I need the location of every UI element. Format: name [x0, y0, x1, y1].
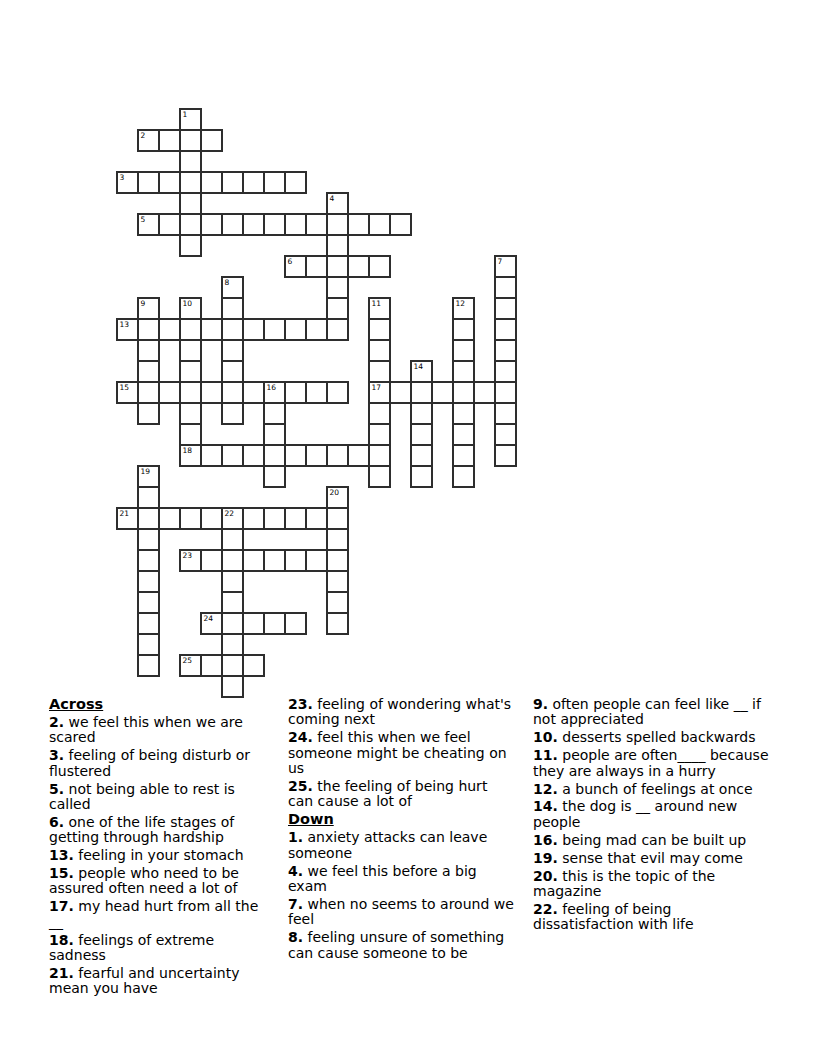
clue-down-1: 1. anxiety attacks can leave someone: [288, 830, 516, 861]
grid-cell-r20c11[interactable]: [326, 528, 349, 551]
grid-cell-r7c9[interactable]: 6: [284, 255, 307, 278]
grid-cell-r22c6[interactable]: [221, 570, 244, 593]
grid-cell-r13c8[interactable]: 16: [263, 381, 286, 404]
grid-cell-r16c8[interactable]: [263, 444, 286, 467]
grid-cell-r21c11[interactable]: [326, 549, 349, 572]
clue-down-14: 14. the dog is __ around new people: [533, 799, 769, 830]
grid-cell-r24c2[interactable]: [137, 612, 160, 635]
grid-cell-r17c15[interactable]: [410, 465, 433, 488]
cell-number-3: 3: [120, 173, 125, 182]
grid-cell-r9c19[interactable]: [494, 297, 517, 320]
grid-cell-r21c5[interactable]: [200, 549, 223, 572]
grid-cell-r9c17[interactable]: 12: [452, 297, 475, 320]
grid-cell-r11c2[interactable]: [137, 339, 160, 362]
clue-number: 16.: [533, 832, 558, 848]
clue-across-18: 18. feelings of extreme sadness: [49, 933, 273, 964]
cell-number-12: 12: [456, 299, 466, 308]
grid-cell-r16c5[interactable]: [200, 444, 223, 467]
grid-cell-r19c3[interactable]: [158, 507, 181, 530]
grid-cell-r24c5[interactable]: 24: [200, 612, 223, 635]
clue-across-3: 3. feeling of being disturb or flustered: [49, 748, 273, 779]
clue-down-16: 16. being mad can be built up: [533, 833, 769, 848]
grid-cell-r11c13[interactable]: [368, 339, 391, 362]
clue-down-4: 4. we feel this before a big exam: [288, 864, 516, 895]
clue-number: 6.: [49, 814, 64, 830]
grid-cell-r6c4[interactable]: [179, 234, 202, 257]
grid-cell-r19c10[interactable]: [305, 507, 328, 530]
grid-cell-r5c8[interactable]: [263, 213, 286, 236]
clue-number: 3.: [49, 747, 64, 763]
grid-cell-r3c5[interactable]: [200, 171, 223, 194]
clue-number: 15.: [49, 865, 74, 881]
clue-across-15: 15. people who need to be assured often …: [49, 866, 273, 897]
grid-cell-r12c2[interactable]: [137, 360, 160, 383]
clue-number: 22.: [533, 901, 558, 917]
grid-cell-r4c4[interactable]: [179, 192, 202, 215]
grid-cell-r14c13[interactable]: [368, 402, 391, 425]
grid-cell-r13c5[interactable]: [200, 381, 223, 404]
grid-cell-r24c11[interactable]: [326, 612, 349, 635]
grid-cell-r9c2[interactable]: 9: [137, 297, 160, 320]
grid-cell-r13c14[interactable]: [389, 381, 412, 404]
grid-cell-r13c16[interactable]: [431, 381, 454, 404]
clue-number: 19.: [533, 850, 558, 866]
clue-down-20: 20. this is the topic of the magazine: [533, 869, 769, 900]
clue-number: 21.: [49, 965, 74, 981]
clue-across-21: 21. fearful and uncertainty mean you hav…: [49, 966, 273, 997]
grid-cell-r7c13[interactable]: [368, 255, 391, 278]
clue-across-13: 13. feeling in your stomach: [49, 848, 273, 863]
grid-cell-r13c17[interactable]: [452, 381, 475, 404]
grid-cell-r9c4[interactable]: 10: [179, 297, 202, 320]
grid-cell-r25c2[interactable]: [137, 633, 160, 656]
clue-across-6: 6. one of the life stages of getting thr…: [49, 815, 273, 846]
grid-cell-r15c4[interactable]: [179, 423, 202, 446]
grid-cell-r14c17[interactable]: [452, 402, 475, 425]
grid-cell-r1c4[interactable]: [179, 129, 202, 152]
grid-cell-r19c1[interactable]: 21: [116, 507, 139, 530]
grid-cell-r16c15[interactable]: [410, 444, 433, 467]
grid-cell-r5c13[interactable]: [368, 213, 391, 236]
grid-cell-r3c2[interactable]: [137, 171, 160, 194]
cell-number-17: 17: [372, 383, 382, 392]
grid-cell-r10c4[interactable]: [179, 318, 202, 341]
cell-number-9: 9: [141, 299, 146, 308]
cell-number-19: 19: [141, 467, 151, 476]
grid-cell-r26c2[interactable]: [137, 654, 160, 677]
cell-number-21: 21: [120, 509, 130, 518]
grid-cell-r10c11[interactable]: [326, 318, 349, 341]
grid-cell-r15c8[interactable]: [263, 423, 286, 446]
grid-cell-r19c2[interactable]: [137, 507, 160, 530]
grid-cell-r5c9[interactable]: [284, 213, 307, 236]
grid-cell-r16c12[interactable]: [347, 444, 370, 467]
grid-cell-r13c10[interactable]: [305, 381, 328, 404]
clue-number: 17.: [49, 898, 74, 914]
cell-number-15: 15: [120, 383, 130, 392]
clue-down-9: 9. often people can feel like __ if not …: [533, 697, 769, 728]
cell-number-5: 5: [141, 215, 146, 224]
grid-cell-r21c8[interactable]: [263, 549, 286, 572]
clue-down-12: 12. a bunch of feelings at once: [533, 782, 769, 797]
grid-cell-r16c11[interactable]: [326, 444, 349, 467]
grid-cell-r13c4[interactable]: [179, 381, 202, 404]
clue-down-22: 22. feeling of being dissatisfaction wit…: [533, 902, 769, 933]
grid-cell-r20c6[interactable]: [221, 528, 244, 551]
grid-cell-r13c11[interactable]: [326, 381, 349, 404]
grid-cell-r21c7[interactable]: [242, 549, 265, 572]
clue-down-19: 19. sense that evil may come: [533, 851, 769, 866]
grid-cell-r16c7[interactable]: [242, 444, 265, 467]
cell-number-13: 13: [120, 320, 130, 329]
grid-cell-r13c1[interactable]: 15: [116, 381, 139, 404]
grid-cell-r24c6[interactable]: [221, 612, 244, 635]
grid-cell-r27c6[interactable]: [221, 675, 244, 698]
grid-cell-r13c6[interactable]: [221, 381, 244, 404]
grid-cell-r16c19[interactable]: [494, 444, 517, 467]
grid-cell-r5c10[interactable]: [305, 213, 328, 236]
grid-cell-r15c13[interactable]: [368, 423, 391, 446]
grid-cell-r5c2[interactable]: 5: [137, 213, 160, 236]
grid-cell-r24c9[interactable]: [284, 612, 307, 635]
grid-cell-r23c11[interactable]: [326, 591, 349, 614]
worksheet-page: 2356131516171821222324251478910111214192…: [0, 0, 816, 1056]
grid-cell-r22c11[interactable]: [326, 570, 349, 593]
grid-cell-r2c4[interactable]: [179, 150, 202, 173]
grid-cell-r19c6[interactable]: 22: [221, 507, 244, 530]
clue-number: 9.: [533, 696, 548, 712]
clue-across-25: 25. the feeling of being hurt can cause …: [288, 779, 516, 810]
clue-number: 12.: [533, 781, 558, 797]
grid-cell-r19c7[interactable]: [242, 507, 265, 530]
grid-cell-r10c3[interactable]: [158, 318, 181, 341]
clue-across-24: 24. feel this when we feel someone might…: [288, 730, 516, 776]
grid-cell-r16c10[interactable]: [305, 444, 328, 467]
grid-cell-r19c8[interactable]: [263, 507, 286, 530]
grid-cell-r9c13[interactable]: 11: [368, 297, 391, 320]
grid-cell-r10c19[interactable]: [494, 318, 517, 341]
grid-cell-r24c7[interactable]: [242, 612, 265, 635]
cell-number-4: 4: [330, 194, 335, 203]
grid-cell-r14c6[interactable]: [221, 402, 244, 425]
grid-cell-r3c6[interactable]: [221, 171, 244, 194]
grid-cell-r1c5[interactable]: [200, 129, 223, 152]
clue-column-middle: 23. feeling of wondering what's coming n…: [288, 697, 516, 964]
grid-cell-r10c13[interactable]: [368, 318, 391, 341]
grid-cell-r16c17[interactable]: [452, 444, 475, 467]
grid-cell-r3c1[interactable]: 3: [116, 171, 139, 194]
grid-cell-r19c4[interactable]: [179, 507, 202, 530]
clue-number: 5.: [49, 781, 64, 797]
grid-cell-r23c6[interactable]: [221, 591, 244, 614]
cell-number-11: 11: [372, 299, 382, 308]
grid-cell-r26c6[interactable]: [221, 654, 244, 677]
clue-down-7: 7. when no seems to around we feel: [288, 897, 516, 928]
clue-number: 7.: [288, 896, 303, 912]
grid-cell-r20c2[interactable]: [137, 528, 160, 551]
cell-number-7: 7: [498, 257, 503, 266]
cell-number-14: 14: [414, 362, 424, 371]
grid-cell-r13c9[interactable]: [284, 381, 307, 404]
cell-number-18: 18: [183, 446, 193, 455]
clue-number: 23.: [288, 696, 313, 712]
grid-cell-r21c10[interactable]: [305, 549, 328, 572]
grid-cell-r3c9[interactable]: [284, 171, 307, 194]
grid-cell-r10c2[interactable]: [137, 318, 160, 341]
grid-cell-r26c4[interactable]: 25: [179, 654, 202, 677]
grid-cell-r13c19[interactable]: [494, 381, 517, 404]
grid-cell-r10c7[interactable]: [242, 318, 265, 341]
grid-cell-r14c8[interactable]: [263, 402, 286, 425]
grid-cell-r12c15[interactable]: 14: [410, 360, 433, 383]
grid-cell-r12c13[interactable]: [368, 360, 391, 383]
grid-cell-r3c7[interactable]: [242, 171, 265, 194]
across-header: Across: [49, 697, 273, 712]
grid-cell-r10c1[interactable]: 13: [116, 318, 139, 341]
grid-cell-r0c4[interactable]: 1: [179, 108, 202, 131]
grid-cell-r18c2[interactable]: [137, 486, 160, 509]
grid-cell-r15c17[interactable]: [452, 423, 475, 446]
clue-column-across: Across2. we feel this when we are scared…: [49, 697, 273, 999]
grid-cell-r13c13[interactable]: 17: [368, 381, 391, 404]
clue-number: 25.: [288, 778, 313, 794]
clue-down-10: 10. desserts spelled backwards: [533, 730, 769, 745]
grid-cell-r17c2[interactable]: 19: [137, 465, 160, 488]
grid-cell-r14c15[interactable]: [410, 402, 433, 425]
grid-cell-r21c4[interactable]: 23: [179, 549, 202, 572]
grid-cell-r9c6[interactable]: [221, 297, 244, 320]
grid-cell-r10c17[interactable]: [452, 318, 475, 341]
grid-cell-r21c2[interactable]: [137, 549, 160, 572]
clue-number: 13.: [49, 847, 74, 863]
clue-number: 4.: [288, 863, 303, 879]
grid-cell-r13c18[interactable]: [473, 381, 496, 404]
grid-cell-r5c12[interactable]: [347, 213, 370, 236]
grid-cell-r1c2[interactable]: 2: [137, 129, 160, 152]
cell-number-1: 1: [183, 110, 188, 119]
grid-cell-r13c2[interactable]: [137, 381, 160, 404]
cell-number-16: 16: [267, 383, 277, 392]
grid-cell-r3c8[interactable]: [263, 171, 286, 194]
clue-number: 8.: [288, 929, 303, 945]
clue-number: 2.: [49, 714, 64, 730]
grid-cell-r10c5[interactable]: [200, 318, 223, 341]
grid-cell-r19c9[interactable]: [284, 507, 307, 530]
grid-cell-r5c11[interactable]: [326, 213, 349, 236]
grid-cell-r25c6[interactable]: [221, 633, 244, 656]
clue-across-5: 5. not being able to rest is called: [49, 782, 273, 813]
grid-cell-r8c11[interactable]: [326, 276, 349, 299]
grid-cell-r19c11[interactable]: [326, 507, 349, 530]
grid-cell-r10c9[interactable]: [284, 318, 307, 341]
grid-cell-r23c2[interactable]: [137, 591, 160, 614]
clue-across-23: 23. feeling of wondering what's coming n…: [288, 697, 516, 728]
clue-number: 1.: [288, 829, 303, 845]
grid-cell-r12c6[interactable]: [221, 360, 244, 383]
grid-cell-r11c19[interactable]: [494, 339, 517, 362]
cell-number-2: 2: [141, 131, 146, 140]
grid-cell-r3c4[interactable]: [179, 171, 202, 194]
grid-cell-r13c15[interactable]: [410, 381, 433, 404]
clue-down-11: 11. people are often____ because they ar…: [533, 748, 769, 779]
grid-cell-r16c13[interactable]: [368, 444, 391, 467]
grid-cell-r11c6[interactable]: [221, 339, 244, 362]
grid-cell-r22c2[interactable]: [137, 570, 160, 593]
grid-cell-r7c12[interactable]: [347, 255, 370, 278]
grid-cell-r24c8[interactable]: [263, 612, 286, 635]
grid-cell-r5c4[interactable]: [179, 213, 202, 236]
cell-number-8: 8: [225, 278, 230, 287]
grid-cell-r16c9[interactable]: [284, 444, 307, 467]
grid-cell-r17c8[interactable]: [263, 465, 286, 488]
grid-cell-r14c4[interactable]: [179, 402, 202, 425]
grid-cell-r5c6[interactable]: [221, 213, 244, 236]
grid-cell-r16c6[interactable]: [221, 444, 244, 467]
grid-cell-r10c8[interactable]: [263, 318, 286, 341]
clue-across-17: 17. my head hurt from all the __: [49, 899, 273, 930]
grid-cell-r21c9[interactable]: [284, 549, 307, 572]
grid-cell-r12c4[interactable]: [179, 360, 202, 383]
grid-cell-r14c2[interactable]: [137, 402, 160, 425]
grid-cell-r19c5[interactable]: [200, 507, 223, 530]
cell-number-20: 20: [330, 488, 340, 497]
cell-number-24: 24: [204, 614, 214, 623]
grid-cell-r9c11[interactable]: [326, 297, 349, 320]
cell-number-22: 22: [225, 509, 235, 518]
cell-number-6: 6: [288, 257, 293, 266]
clue-number: 10.: [533, 729, 558, 745]
clue-number: 24.: [288, 729, 313, 745]
grid-cell-r14c19[interactable]: [494, 402, 517, 425]
grid-cell-r11c17[interactable]: [452, 339, 475, 362]
grid-cell-r21c6[interactable]: [221, 549, 244, 572]
cell-number-10: 10: [183, 299, 193, 308]
grid-cell-r10c10[interactable]: [305, 318, 328, 341]
grid-cell-r8c19[interactable]: [494, 276, 517, 299]
grid-cell-r12c19[interactable]: [494, 360, 517, 383]
cell-number-23: 23: [183, 551, 193, 560]
grid-cell-r3c3[interactable]: [158, 171, 181, 194]
grid-cell-r7c19[interactable]: 7: [494, 255, 517, 278]
grid-cell-r11c4[interactable]: [179, 339, 202, 362]
grid-cell-r7c11[interactable]: [326, 255, 349, 278]
grid-cell-r7c10[interactable]: [305, 255, 328, 278]
grid-cell-r5c7[interactable]: [242, 213, 265, 236]
clue-number: 11.: [533, 747, 558, 763]
grid-cell-r5c5[interactable]: [200, 213, 223, 236]
grid-cell-r8c6[interactable]: 8: [221, 276, 244, 299]
cell-number-25: 25: [183, 656, 193, 665]
grid-cell-r4c11[interactable]: 4: [326, 192, 349, 215]
clue-column-down: 9. often people can feel like __ if not …: [533, 697, 769, 935]
grid-cell-r15c15[interactable]: [410, 423, 433, 446]
grid-cell-r12c17[interactable]: [452, 360, 475, 383]
grid-cell-r13c3[interactable]: [158, 381, 181, 404]
grid-cell-r15c19[interactable]: [494, 423, 517, 446]
grid-cell-r6c11[interactable]: [326, 234, 349, 257]
grid-cell-r16c4[interactable]: 18: [179, 444, 202, 467]
grid-cell-r13c7[interactable]: [242, 381, 265, 404]
clue-across-2: 2. we feel this when we are scared: [49, 715, 273, 746]
grid-cell-r5c3[interactable]: [158, 213, 181, 236]
grid-cell-r17c13[interactable]: [368, 465, 391, 488]
grid-cell-r26c7[interactable]: [242, 654, 265, 677]
grid-cell-r17c17[interactable]: [452, 465, 475, 488]
clue-number: 20.: [533, 868, 558, 884]
grid-cell-r26c5[interactable]: [200, 654, 223, 677]
down-header: Down: [288, 812, 516, 827]
clue-number: 18.: [49, 932, 74, 948]
clue-down-8: 8. feeling unsure of something can cause…: [288, 930, 516, 961]
grid-cell-r10c6[interactable]: [221, 318, 244, 341]
grid-cell-r18c11[interactable]: 20: [326, 486, 349, 509]
clue-number: 14.: [533, 798, 558, 814]
grid-cell-r1c3[interactable]: [158, 129, 181, 152]
grid-cell-r5c14[interactable]: [389, 213, 412, 236]
